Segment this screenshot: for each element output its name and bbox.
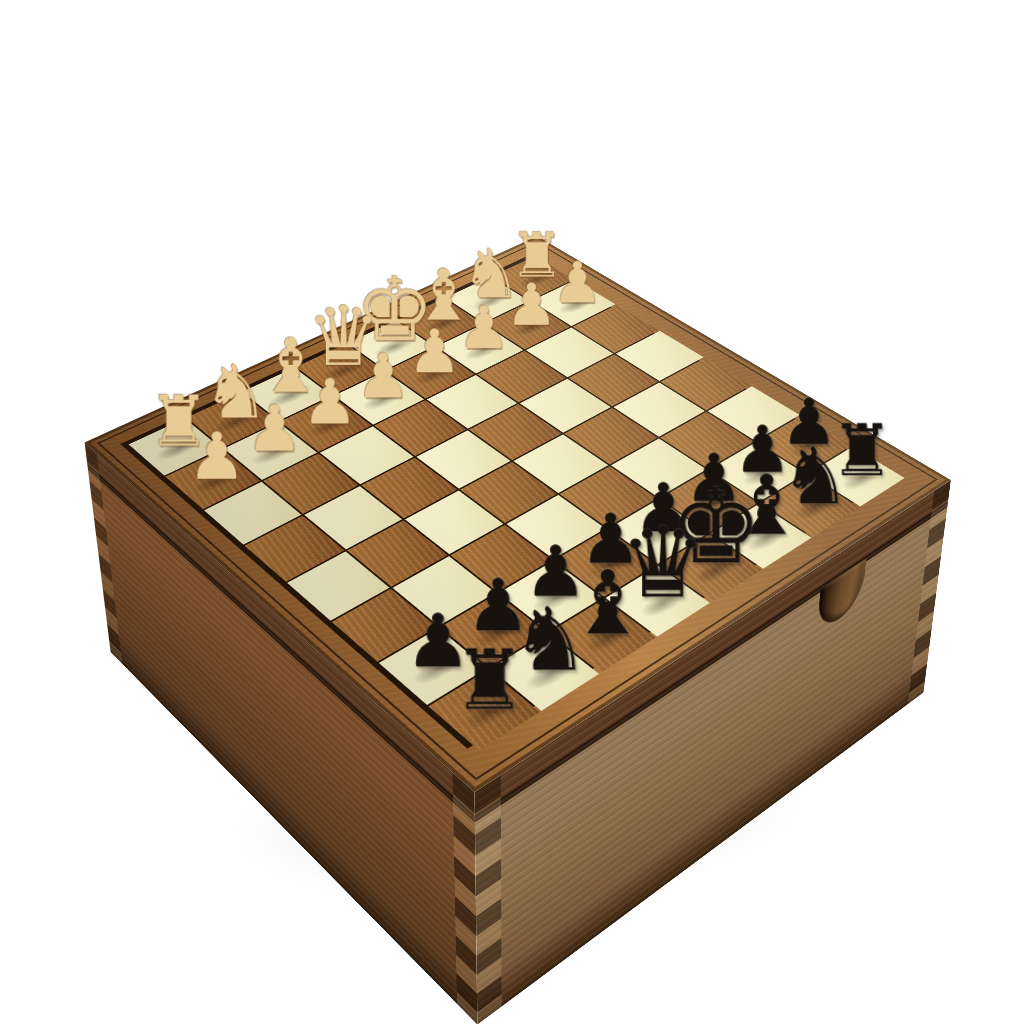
dovetail-joint-left-corner <box>85 442 123 664</box>
white-pawn-glyph: ♟ <box>145 424 287 489</box>
dovetail-joint-front-corner <box>453 772 478 1024</box>
product-photo-scene: ♜♞♟♝♟♚♟♛♟♝♟♞♟♟♜♟♟♜♟♟♞♟♝♟♚♟♛♟♝♟♞♜ <box>0 0 1024 1024</box>
black-rook-glyph: ♜ <box>406 639 571 722</box>
chess-box: ♜♞♟♝♟♚♟♛♟♝♟♞♟♟♜♟♟♜♟♟♞♟♝♟♚♟♛♟♝♟♞♜ <box>85 236 951 792</box>
finger-notch <box>816 558 866 634</box>
dovetail-joint-front-corner <box>475 775 502 1024</box>
